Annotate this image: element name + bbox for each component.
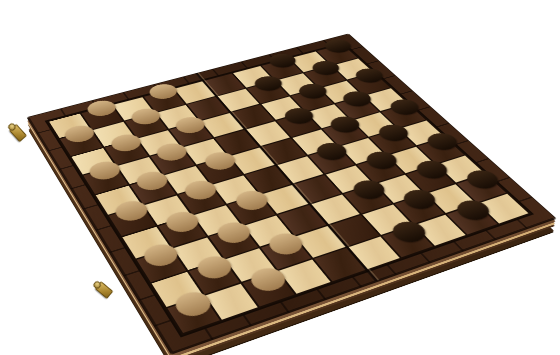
draughts-board-3d: [28, 34, 556, 354]
black-checker-piece[interactable]: [321, 38, 354, 54]
board-grid: [47, 43, 531, 335]
board-frame: [28, 34, 556, 354]
black-checker-piece[interactable]: [453, 198, 494, 222]
black-checker-piece[interactable]: [266, 52, 299, 69]
dark-square[interactable]: [167, 296, 219, 333]
brass-clasp-icon: [95, 281, 114, 299]
black-checker-piece[interactable]: [463, 168, 503, 191]
brass-hinge-icon: [9, 124, 27, 143]
white-checker-piece[interactable]: [193, 254, 234, 281]
dark-square[interactable]: [151, 148, 195, 174]
white-checker-piece[interactable]: [84, 99, 117, 118]
white-checker-piece[interactable]: [182, 179, 220, 202]
white-checker-piece[interactable]: [147, 82, 180, 100]
product-photo-scene: [0, 0, 560, 355]
black-checker-piece[interactable]: [423, 131, 461, 152]
